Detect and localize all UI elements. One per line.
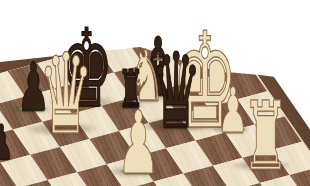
felt-base [20, 106, 47, 111]
pieces-layer: ♟♛♚♜♞♝♛♚♟♜♟♟ [0, 0, 310, 186]
piece-shadow [10, 105, 51, 113]
piece-shadow [130, 89, 180, 99]
piece-white-king-g5: ♚ [168, 15, 241, 148]
piece-black-pawn-a5: ♟ [0, 119, 14, 167]
piece-white-rook-g3: ♜ [239, 88, 292, 183]
felt-base [221, 127, 246, 132]
piece-shadow [108, 166, 162, 177]
piece-white-pawn-c3: ♟ [114, 101, 162, 186]
piece-shadow [49, 96, 115, 109]
piece-shadow [232, 160, 290, 172]
chess-set-product-photo: ♟♛♚♜♞♝♛♚♟♜♟♟ [0, 0, 310, 186]
piece-shadow [211, 126, 249, 134]
piece-white-pawn-g4: ♟ [216, 79, 251, 141]
piece-shadow [27, 122, 96, 136]
piece-shadow [0, 155, 14, 161]
piece-black-rook-d6: ♜ [117, 63, 146, 115]
piece-shadow [140, 119, 204, 132]
felt-base [121, 169, 156, 174]
piece-black-pawn-a6: ♟ [15, 55, 52, 121]
piece-shadow [113, 102, 145, 108]
piece-black-bishop-f6: ♝ [136, 28, 181, 109]
piece-white-knight-e6: ♞ [128, 41, 167, 111]
piece-black-queen-f5: ♛ [147, 41, 205, 145]
piece-shadow [159, 115, 241, 131]
piece-white-queen-b6: ♛ [35, 38, 97, 150]
piece-black-king-c6: ♚ [56, 15, 116, 123]
piece-shadow [123, 94, 166, 103]
